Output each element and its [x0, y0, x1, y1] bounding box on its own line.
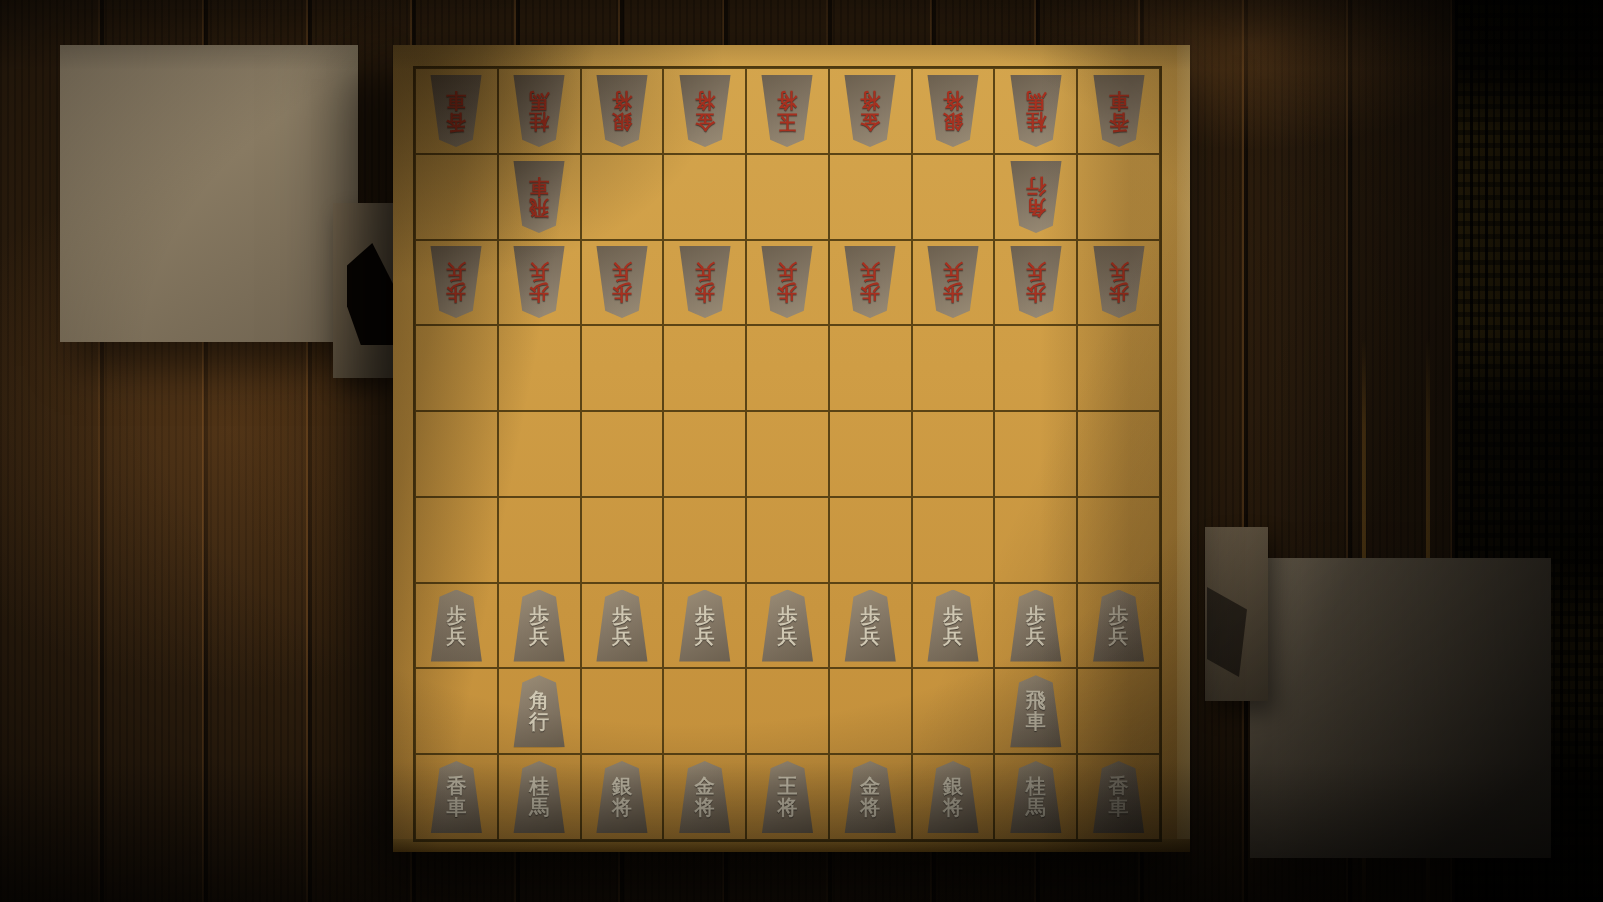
- board-cell[interactable]: [746, 154, 829, 240]
- board-cell[interactable]: 歩兵: [829, 583, 912, 669]
- board-cell[interactable]: 桂馬: [498, 754, 581, 840]
- piece-kanji: 歩: [695, 282, 715, 303]
- board-cell[interactable]: [1077, 668, 1160, 754]
- piece-gote-pawn[interactable]: 歩兵: [841, 246, 899, 318]
- piece-kanji: 兵: [943, 626, 963, 647]
- piece-kanji: 歩: [777, 605, 797, 626]
- piece-gote-knight[interactable]: 桂馬: [1007, 75, 1065, 147]
- piece-sente-rook[interactable]: 飛車: [1007, 675, 1065, 747]
- board-cell[interactable]: [415, 154, 498, 240]
- board-cell[interactable]: [498, 411, 581, 497]
- board-cell[interactable]: 歩兵: [912, 583, 995, 669]
- board-cell[interactable]: 角行: [498, 668, 581, 754]
- piece-kanji: 兵: [860, 626, 880, 647]
- piece-kanji: 兵: [529, 626, 549, 647]
- board-cell[interactable]: 歩兵: [746, 240, 829, 326]
- piece-kanji: 王: [777, 776, 797, 797]
- piece-kanji: 玉: [777, 111, 797, 132]
- board-cell[interactable]: [415, 668, 498, 754]
- board-cell[interactable]: 香車: [1077, 754, 1160, 840]
- board-cell[interactable]: 桂馬: [994, 754, 1077, 840]
- piece-kanji: 兵: [1026, 626, 1046, 647]
- piece-gote-pawn[interactable]: 歩兵: [676, 246, 734, 318]
- piece-kanji: 車: [446, 90, 466, 111]
- board-cell[interactable]: [994, 497, 1077, 583]
- piece-gote-gold[interactable]: 金将: [841, 75, 899, 147]
- piece-sente-silver[interactable]: 銀将: [593, 761, 651, 833]
- board-cell[interactable]: 銀将: [581, 68, 664, 154]
- board-cell[interactable]: [912, 497, 995, 583]
- piece-kanji: 歩: [446, 282, 466, 303]
- board-cell[interactable]: [994, 325, 1077, 411]
- piece-kanji: 兵: [446, 626, 466, 647]
- board-cell[interactable]: [415, 325, 498, 411]
- piece-gote-silver[interactable]: 銀将: [593, 75, 651, 147]
- shogi-board: 香車桂馬銀将金将玉将金将銀将桂馬香車飛車角行歩兵歩兵歩兵歩兵歩兵歩兵歩兵歩兵歩兵…: [393, 45, 1190, 852]
- piece-kanji: 歩: [1026, 282, 1046, 303]
- board-cell[interactable]: [581, 668, 664, 754]
- board-cell[interactable]: 銀将: [912, 754, 995, 840]
- piece-kanji: 銀: [612, 111, 632, 132]
- piece-kanji: 兵: [1026, 261, 1046, 282]
- piece-kanji: 将: [695, 90, 715, 111]
- board-cell[interactable]: 飛車: [498, 154, 581, 240]
- piece-gote-pawn[interactable]: 歩兵: [758, 246, 816, 318]
- piece-kanji: 兵: [943, 261, 963, 282]
- piece-kanji: 飛: [1026, 690, 1046, 711]
- piece-sente-knight[interactable]: 桂馬: [510, 761, 568, 833]
- piece-kanji: 歩: [860, 282, 880, 303]
- piece-kanji: 金: [695, 111, 715, 132]
- board-cell[interactable]: 歩兵: [1077, 583, 1160, 669]
- piece-kanji: 銀: [943, 776, 963, 797]
- board-cell[interactable]: [663, 497, 746, 583]
- piece-kanji: 車: [1109, 90, 1129, 111]
- piece-kanji: 香: [446, 111, 466, 132]
- board-cell[interactable]: [1077, 411, 1160, 497]
- piece-kanji: 車: [446, 797, 466, 818]
- piece-kanji: 歩: [529, 282, 549, 303]
- piece-kanji: 兵: [1109, 261, 1129, 282]
- piece-kanji: 銀: [612, 776, 632, 797]
- board-cell[interactable]: [829, 325, 912, 411]
- piece-sente-pawn[interactable]: 歩兵: [758, 590, 816, 662]
- piece-kanji: 歩: [1026, 605, 1046, 626]
- board-cell[interactable]: [498, 325, 581, 411]
- piece-kanji: 車: [1026, 711, 1046, 732]
- board-cell[interactable]: 金将: [663, 754, 746, 840]
- piece-gote-pawn[interactable]: 歩兵: [510, 246, 568, 318]
- board-cell[interactable]: 金将: [829, 754, 912, 840]
- board-cell[interactable]: 歩兵: [415, 583, 498, 669]
- board-cell[interactable]: 歩兵: [663, 583, 746, 669]
- board-cell[interactable]: [912, 411, 995, 497]
- board-cell[interactable]: [581, 497, 664, 583]
- board-cell[interactable]: [912, 154, 995, 240]
- gote-captured-piece-tray: [60, 45, 358, 342]
- gote-small-stand: [333, 203, 396, 378]
- piece-kanji: 将: [777, 90, 797, 111]
- board-cell[interactable]: 玉将: [746, 68, 829, 154]
- board-cell[interactable]: 歩兵: [746, 583, 829, 669]
- board-cell[interactable]: [1077, 325, 1160, 411]
- board-cell[interactable]: 金将: [829, 68, 912, 154]
- piece-kanji: 車: [1109, 797, 1129, 818]
- piece-kanji: 将: [860, 797, 880, 818]
- piece-kanji: 香: [1109, 776, 1129, 797]
- piece-sente-pawn[interactable]: 歩兵: [924, 590, 982, 662]
- piece-kanji: 金: [860, 111, 880, 132]
- sente-small-stand: [1205, 527, 1268, 701]
- board-cell[interactable]: 歩兵: [498, 583, 581, 669]
- board-cell[interactable]: 王将: [746, 754, 829, 840]
- board-cell[interactable]: 歩兵: [994, 240, 1077, 326]
- piece-kanji: 歩: [529, 605, 549, 626]
- board-cell[interactable]: 歩兵: [581, 240, 664, 326]
- piece-sente-pawn[interactable]: 歩兵: [427, 590, 485, 662]
- board-cell[interactable]: [912, 325, 995, 411]
- piece-sente-lance[interactable]: 香車: [1090, 761, 1148, 833]
- board-cell[interactable]: 歩兵: [912, 240, 995, 326]
- piece-kanji: 行: [529, 711, 549, 732]
- piece-kanji: 車: [529, 176, 549, 197]
- piece-kanji: 歩: [612, 605, 632, 626]
- piece-gote-pawn[interactable]: 歩兵: [593, 246, 651, 318]
- piece-kanji: 兵: [446, 261, 466, 282]
- piece-kanji: 兵: [1109, 626, 1129, 647]
- piece-kanji: 兵: [695, 626, 715, 647]
- piece-kanji: 歩: [1109, 605, 1129, 626]
- piece-sente-pawn[interactable]: 歩兵: [841, 590, 899, 662]
- board-cell[interactable]: [829, 497, 912, 583]
- board-cell[interactable]: 歩兵: [498, 240, 581, 326]
- board-cell[interactable]: 桂馬: [498, 68, 581, 154]
- piece-kanji: 歩: [943, 605, 963, 626]
- piece-kanji: 角: [529, 690, 549, 711]
- board-cell[interactable]: 銀将: [912, 68, 995, 154]
- piece-gote-pawn[interactable]: 歩兵: [427, 246, 485, 318]
- piece-sente-silver[interactable]: 銀将: [924, 761, 982, 833]
- board-cell[interactable]: 歩兵: [581, 583, 664, 669]
- piece-kanji: 桂: [1026, 111, 1046, 132]
- piece-gote-pawn[interactable]: 歩兵: [1090, 246, 1148, 318]
- sente-captured-piece-tray: [1250, 558, 1551, 858]
- piece-kanji: 馬: [529, 797, 549, 818]
- piece-sente-lance[interactable]: 香車: [427, 761, 485, 833]
- board-cell[interactable]: 金将: [663, 68, 746, 154]
- piece-kanji: 香: [1109, 111, 1129, 132]
- board-cell[interactable]: [746, 668, 829, 754]
- piece-kanji: 歩: [446, 605, 466, 626]
- board-cell[interactable]: [912, 668, 995, 754]
- board-cell[interactable]: 銀将: [581, 754, 664, 840]
- board-cell[interactable]: [663, 154, 746, 240]
- board-cell[interactable]: [663, 668, 746, 754]
- piece-kanji: 歩: [1109, 282, 1129, 303]
- piece-kanji: 金: [860, 776, 880, 797]
- board-cell[interactable]: 角行: [994, 154, 1077, 240]
- piece-gote-king[interactable]: 玉将: [758, 75, 816, 147]
- piece-kanji: 兵: [695, 261, 715, 282]
- piece-kanji: 兵: [860, 261, 880, 282]
- piece-kanji: 兵: [777, 626, 797, 647]
- piece-kanji: 将: [777, 797, 797, 818]
- board-cell[interactable]: [829, 668, 912, 754]
- board-cell[interactable]: [415, 497, 498, 583]
- piece-kanji: 歩: [860, 605, 880, 626]
- board-cell[interactable]: 飛車: [994, 668, 1077, 754]
- board-cell[interactable]: [829, 154, 912, 240]
- board-cell[interactable]: 香車: [415, 68, 498, 154]
- board-cell[interactable]: 香車: [1077, 68, 1160, 154]
- piece-sente-gold[interactable]: 金将: [676, 761, 734, 833]
- piece-kanji: 桂: [529, 111, 549, 132]
- piece-gote-pawn[interactable]: 歩兵: [1007, 246, 1065, 318]
- board-cell[interactable]: [663, 325, 746, 411]
- piece-kanji: 馬: [1026, 90, 1046, 111]
- board-cell[interactable]: 桂馬: [994, 68, 1077, 154]
- piece-kanji: 行: [1026, 176, 1046, 197]
- piece-sente-pawn[interactable]: 歩兵: [1007, 590, 1065, 662]
- piece-kanji: 馬: [529, 90, 549, 111]
- board-cell[interactable]: [829, 411, 912, 497]
- board-side-face: [1177, 45, 1190, 852]
- piece-kanji: 兵: [612, 626, 632, 647]
- piece-kanji: 桂: [529, 776, 549, 797]
- piece-gote-lance[interactable]: 香車: [1090, 75, 1148, 147]
- piece-kanji: 将: [943, 90, 963, 111]
- board-cell[interactable]: 歩兵: [415, 240, 498, 326]
- piece-kanji: 歩: [695, 605, 715, 626]
- piece-gote-pawn[interactable]: 歩兵: [924, 246, 982, 318]
- piece-kanji: 香: [446, 776, 466, 797]
- piece-kanji: 将: [612, 90, 632, 111]
- piece-kanji: 飛: [529, 197, 549, 218]
- piece-gote-lance[interactable]: 香車: [427, 75, 485, 147]
- piece-kanji: 将: [943, 797, 963, 818]
- piece-kanji: 歩: [777, 282, 797, 303]
- board-cell[interactable]: [1077, 154, 1160, 240]
- board-cell[interactable]: [746, 411, 829, 497]
- piece-kanji: 歩: [943, 282, 963, 303]
- board-cell[interactable]: [994, 411, 1077, 497]
- piece-sente-pawn[interactable]: 歩兵: [1090, 590, 1148, 662]
- board-cell[interactable]: [581, 325, 664, 411]
- board-cell[interactable]: [498, 497, 581, 583]
- board-cell[interactable]: [415, 411, 498, 497]
- piece-sente-king[interactable]: 王将: [758, 761, 816, 833]
- piece-kanji: 角: [1026, 197, 1046, 218]
- board-cell[interactable]: [746, 497, 829, 583]
- piece-sente-pawn[interactable]: 歩兵: [676, 590, 734, 662]
- piece-kanji: 将: [860, 90, 880, 111]
- piece-gote-bishop[interactable]: 角行: [1007, 161, 1065, 233]
- board-cell[interactable]: [663, 411, 746, 497]
- board-cell[interactable]: 歩兵: [1077, 240, 1160, 326]
- board-cell[interactable]: 歩兵: [994, 583, 1077, 669]
- piece-kanji: 兵: [777, 261, 797, 282]
- piece-kanji: 銀: [943, 111, 963, 132]
- piece-gote-gold[interactable]: 金将: [676, 75, 734, 147]
- board-cell[interactable]: 香車: [415, 754, 498, 840]
- shogi-scene: 香車桂馬銀将金将玉将金将銀将桂馬香車飛車角行歩兵歩兵歩兵歩兵歩兵歩兵歩兵歩兵歩兵…: [0, 0, 1603, 902]
- piece-gote-rook[interactable]: 飛車: [510, 161, 568, 233]
- piece-sente-pawn[interactable]: 歩兵: [510, 590, 568, 662]
- board-cell[interactable]: [581, 411, 664, 497]
- piece-kanji: 将: [695, 797, 715, 818]
- piece-gote-silver[interactable]: 銀将: [924, 75, 982, 147]
- piece-kanji: 馬: [1026, 797, 1046, 818]
- piece-kanji: 兵: [529, 261, 549, 282]
- piece-sente-bishop[interactable]: 角行: [510, 675, 568, 747]
- piece-sente-knight[interactable]: 桂馬: [1007, 761, 1065, 833]
- piece-kanji: 桂: [1026, 776, 1046, 797]
- board-grid: 香車桂馬銀将金将玉将金将銀将桂馬香車飛車角行歩兵歩兵歩兵歩兵歩兵歩兵歩兵歩兵歩兵…: [413, 66, 1162, 842]
- board-cell[interactable]: 歩兵: [829, 240, 912, 326]
- board-cell[interactable]: [746, 325, 829, 411]
- piece-kanji: 将: [612, 797, 632, 818]
- board-cell[interactable]: [1077, 497, 1160, 583]
- piece-gote-knight[interactable]: 桂馬: [510, 75, 568, 147]
- board-cell[interactable]: [581, 154, 664, 240]
- piece-sente-gold[interactable]: 金将: [841, 761, 899, 833]
- piece-kanji: 歩: [612, 282, 632, 303]
- board-cell[interactable]: 歩兵: [663, 240, 746, 326]
- piece-kanji: 金: [695, 776, 715, 797]
- piece-kanji: 兵: [612, 261, 632, 282]
- piece-sente-pawn[interactable]: 歩兵: [593, 590, 651, 662]
